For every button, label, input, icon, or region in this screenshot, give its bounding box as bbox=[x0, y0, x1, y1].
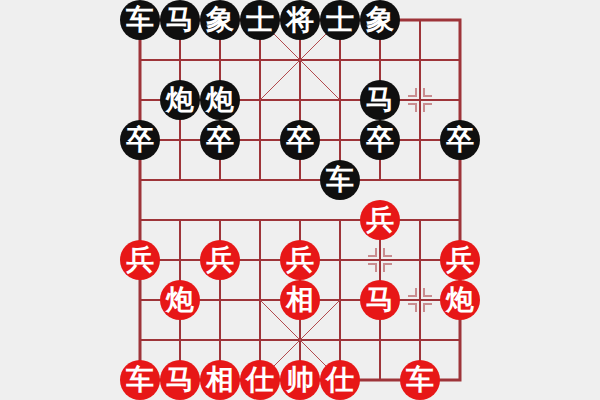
piece-red-cannon[interactable]: 炮 bbox=[440, 280, 480, 320]
piece-black-chariot[interactable]: 车 bbox=[320, 160, 360, 200]
piece-red-horse[interactable]: 马 bbox=[160, 360, 200, 400]
piece-red-soldier[interactable]: 兵 bbox=[120, 240, 160, 280]
piece-black-advisor[interactable]: 士 bbox=[320, 0, 360, 40]
piece-black-soldier[interactable]: 卒 bbox=[200, 120, 240, 160]
piece-black-soldier[interactable]: 卒 bbox=[440, 120, 480, 160]
xiangqi-board[interactable]: 车马象士将士象炮炮马卒卒卒卒卒车兵兵兵兵兵炮相马炮车马相仕帅仕车 bbox=[120, 0, 480, 400]
piece-red-elephant[interactable]: 相 bbox=[280, 280, 320, 320]
piece-red-general[interactable]: 帅 bbox=[280, 360, 320, 400]
piece-black-cannon[interactable]: 炮 bbox=[160, 80, 200, 120]
piece-black-elephant[interactable]: 象 bbox=[360, 0, 400, 40]
piece-black-horse[interactable]: 马 bbox=[360, 80, 400, 120]
piece-black-horse[interactable]: 马 bbox=[160, 0, 200, 40]
piece-black-soldier[interactable]: 卒 bbox=[120, 120, 160, 160]
piece-red-advisor[interactable]: 仕 bbox=[240, 360, 280, 400]
piece-black-chariot[interactable]: 车 bbox=[120, 0, 160, 40]
piece-black-advisor[interactable]: 士 bbox=[240, 0, 280, 40]
board-grid bbox=[120, 0, 480, 400]
piece-red-soldier[interactable]: 兵 bbox=[280, 240, 320, 280]
piece-red-soldier[interactable]: 兵 bbox=[360, 200, 400, 240]
piece-black-soldier[interactable]: 卒 bbox=[360, 120, 400, 160]
piece-red-cannon[interactable]: 炮 bbox=[160, 280, 200, 320]
piece-black-soldier[interactable]: 卒 bbox=[280, 120, 320, 160]
piece-black-cannon[interactable]: 炮 bbox=[200, 80, 240, 120]
piece-red-soldier[interactable]: 兵 bbox=[200, 240, 240, 280]
piece-red-chariot[interactable]: 车 bbox=[120, 360, 160, 400]
piece-red-advisor[interactable]: 仕 bbox=[320, 360, 360, 400]
xiangqi-app: 车马象士将士象炮炮马卒卒卒卒卒车兵兵兵兵兵炮相马炮车马相仕帅仕车 bbox=[0, 0, 600, 400]
piece-black-elephant[interactable]: 象 bbox=[200, 0, 240, 40]
piece-red-chariot[interactable]: 车 bbox=[400, 360, 440, 400]
piece-red-horse[interactable]: 马 bbox=[360, 280, 400, 320]
piece-red-soldier[interactable]: 兵 bbox=[440, 240, 480, 280]
piece-black-general[interactable]: 将 bbox=[280, 0, 320, 40]
piece-red-elephant[interactable]: 相 bbox=[200, 360, 240, 400]
